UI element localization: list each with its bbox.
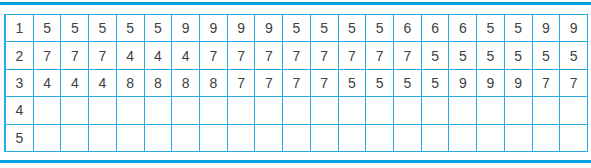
grid-cell[interactable]: 8 bbox=[172, 70, 199, 96]
grid-cell[interactable]: 5 bbox=[366, 15, 393, 41]
grid-cell[interactable] bbox=[145, 125, 172, 151]
row-label: 1 bbox=[6, 15, 33, 41]
grid-cell[interactable] bbox=[366, 97, 393, 123]
grid-cell[interactable] bbox=[505, 125, 532, 151]
grid-cell[interactable] bbox=[172, 97, 199, 123]
row-label: 3 bbox=[6, 70, 33, 96]
grid-cell[interactable] bbox=[255, 97, 282, 123]
grid-cell[interactable] bbox=[255, 125, 282, 151]
grid-cell[interactable]: 5 bbox=[339, 70, 366, 96]
grid-cell[interactable] bbox=[339, 97, 366, 123]
grid-cell[interactable]: 7 bbox=[560, 70, 587, 96]
grid-cell[interactable] bbox=[449, 125, 476, 151]
grid-cell[interactable]: 7 bbox=[311, 70, 338, 96]
grid-cell[interactable] bbox=[89, 97, 116, 123]
grid-cell[interactable] bbox=[283, 125, 310, 151]
grid-cell[interactable]: 5 bbox=[560, 42, 587, 68]
grid-cell[interactable]: 8 bbox=[145, 70, 172, 96]
grid-cell[interactable]: 5 bbox=[477, 15, 504, 41]
grid-cell[interactable] bbox=[228, 125, 255, 151]
grid-cell[interactable]: 9 bbox=[255, 15, 282, 41]
grid-cell[interactable] bbox=[560, 97, 587, 123]
grid-cell[interactable]: 5 bbox=[89, 15, 116, 41]
grid-cell[interactable] bbox=[339, 125, 366, 151]
grid-cell[interactable]: 9 bbox=[560, 15, 587, 41]
grid-cell[interactable] bbox=[394, 97, 421, 123]
grid-cell[interactable] bbox=[61, 125, 88, 151]
grid-cell[interactable] bbox=[477, 97, 504, 123]
grid-cell[interactable]: 5 bbox=[145, 15, 172, 41]
grid-cell[interactable] bbox=[394, 125, 421, 151]
grid-cell[interactable]: 7 bbox=[89, 42, 116, 68]
grid-cell[interactable] bbox=[145, 97, 172, 123]
grid-cell[interactable]: 9 bbox=[533, 15, 560, 41]
grid-cell[interactable] bbox=[311, 97, 338, 123]
grid-cell[interactable]: 7 bbox=[311, 42, 338, 68]
grid-cell[interactable]: 7 bbox=[366, 42, 393, 68]
grid-cell[interactable] bbox=[61, 97, 88, 123]
grid-cell[interactable]: 8 bbox=[200, 70, 227, 96]
grid-cell[interactable]: 4 bbox=[145, 42, 172, 68]
grid-cell[interactable]: 7 bbox=[34, 42, 61, 68]
grid-cell[interactable] bbox=[477, 125, 504, 151]
grid-cell[interactable]: 9 bbox=[505, 70, 532, 96]
grid-cell[interactable]: 5 bbox=[422, 70, 449, 96]
grid-cell[interactable] bbox=[200, 125, 227, 151]
grid-cell[interactable]: 4 bbox=[89, 70, 116, 96]
grid-cell[interactable]: 7 bbox=[200, 42, 227, 68]
grid-cell[interactable] bbox=[422, 125, 449, 151]
grid-cell[interactable] bbox=[200, 97, 227, 123]
grid-cell[interactable] bbox=[366, 125, 393, 151]
grid-cell[interactable]: 4 bbox=[61, 70, 88, 96]
grid-cell[interactable]: 4 bbox=[117, 42, 144, 68]
grid-cell[interactable] bbox=[560, 125, 587, 151]
top-accent-bar bbox=[0, 2, 591, 5]
number-grid: 1555559999555566655992777444777777775555… bbox=[4, 14, 588, 152]
grid-cell[interactable]: 5 bbox=[505, 15, 532, 41]
grid-cell[interactable]: 7 bbox=[255, 42, 282, 68]
grid-cell[interactable]: 7 bbox=[228, 70, 255, 96]
grid-cell[interactable] bbox=[228, 97, 255, 123]
row-label: 2 bbox=[6, 42, 33, 68]
grid-cell[interactable]: 4 bbox=[172, 42, 199, 68]
grid-cell[interactable]: 9 bbox=[200, 15, 227, 41]
grid-cell[interactable]: 7 bbox=[533, 70, 560, 96]
grid-cell[interactable]: 5 bbox=[61, 15, 88, 41]
grid-cell[interactable]: 5 bbox=[505, 42, 532, 68]
grid-cell[interactable]: 5 bbox=[117, 15, 144, 41]
row-label: 5 bbox=[6, 125, 33, 151]
grid-cell[interactable] bbox=[117, 97, 144, 123]
grid-cell[interactable]: 5 bbox=[339, 15, 366, 41]
grid-cell[interactable]: 5 bbox=[422, 42, 449, 68]
grid-cell[interactable]: 7 bbox=[255, 70, 282, 96]
grid-cell[interactable]: 9 bbox=[477, 70, 504, 96]
grid-cell[interactable] bbox=[117, 125, 144, 151]
grid-cell[interactable] bbox=[533, 97, 560, 123]
grid-cell[interactable] bbox=[533, 125, 560, 151]
grid-cell[interactable]: 5 bbox=[311, 15, 338, 41]
grid-cell[interactable] bbox=[283, 97, 310, 123]
grid-cell[interactable]: 5 bbox=[477, 42, 504, 68]
grid-cell[interactable]: 4 bbox=[34, 70, 61, 96]
grid-cell[interactable]: 8 bbox=[117, 70, 144, 96]
grid-cell[interactable]: 9 bbox=[172, 15, 199, 41]
grid-cell[interactable]: 9 bbox=[449, 70, 476, 96]
grid-cell[interactable] bbox=[34, 97, 61, 123]
grid-cell[interactable]: 5 bbox=[366, 70, 393, 96]
grid-cell[interactable]: 5 bbox=[34, 15, 61, 41]
grid-cell[interactable]: 6 bbox=[394, 15, 421, 41]
grid-cell[interactable]: 6 bbox=[449, 15, 476, 41]
grid-cell[interactable]: 7 bbox=[283, 42, 310, 68]
grid-cell[interactable] bbox=[505, 97, 532, 123]
grid-cell[interactable]: 9 bbox=[228, 15, 255, 41]
grid-cell[interactable]: 5 bbox=[394, 70, 421, 96]
grid-cell[interactable]: 7 bbox=[228, 42, 255, 68]
grid-cell[interactable] bbox=[172, 125, 199, 151]
grid-cell[interactable] bbox=[422, 97, 449, 123]
grid-cell[interactable]: 5 bbox=[449, 42, 476, 68]
grid-cell[interactable]: 5 bbox=[283, 15, 310, 41]
worksheet-page: 1555559999555566655992777444777777775555… bbox=[0, 0, 591, 168]
grid-cell[interactable] bbox=[34, 125, 61, 151]
grid-cell[interactable]: 7 bbox=[61, 42, 88, 68]
grid-cell[interactable] bbox=[449, 97, 476, 123]
grid-cell[interactable] bbox=[311, 125, 338, 151]
row-label: 4 bbox=[6, 97, 33, 123]
grid-cell[interactable]: 7 bbox=[339, 42, 366, 68]
grid-cell[interactable]: 6 bbox=[422, 15, 449, 41]
bottom-accent-bar bbox=[0, 160, 591, 163]
grid-cell[interactable] bbox=[89, 125, 116, 151]
grid-cell[interactable]: 5 bbox=[533, 42, 560, 68]
grid-cell[interactable]: 7 bbox=[283, 70, 310, 96]
grid-cell[interactable]: 7 bbox=[394, 42, 421, 68]
